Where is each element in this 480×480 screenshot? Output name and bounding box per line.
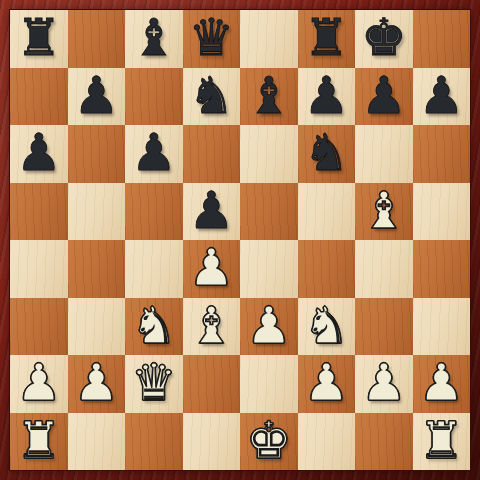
- square-f5[interactable]: [298, 183, 356, 241]
- piece-white-rook[interactable]: ♜: [16, 415, 62, 466]
- piece-white-pawn[interactable]: ♟: [361, 357, 407, 408]
- square-b4[interactable]: [68, 240, 126, 298]
- square-g5[interactable]: ♝: [355, 183, 413, 241]
- square-b8[interactable]: [68, 10, 126, 68]
- piece-black-pawn[interactable]: ♟: [418, 70, 464, 121]
- square-e6[interactable]: [240, 125, 298, 183]
- square-e1[interactable]: ♚: [240, 413, 298, 471]
- piece-white-pawn[interactable]: ♟: [73, 357, 119, 408]
- square-c6[interactable]: ♟: [125, 125, 183, 183]
- square-a5[interactable]: [10, 183, 68, 241]
- square-a8[interactable]: ♜: [10, 10, 68, 68]
- square-h5[interactable]: [413, 183, 471, 241]
- square-a6[interactable]: ♟: [10, 125, 68, 183]
- piece-black-knight[interactable]: ♞: [188, 70, 234, 121]
- square-g8[interactable]: ♚: [355, 10, 413, 68]
- square-d7[interactable]: ♞: [183, 68, 241, 126]
- piece-black-pawn[interactable]: ♟: [73, 70, 119, 121]
- square-b2[interactable]: ♟: [68, 355, 126, 413]
- square-d1[interactable]: [183, 413, 241, 471]
- square-e5[interactable]: [240, 183, 298, 241]
- square-d2[interactable]: [183, 355, 241, 413]
- square-d8[interactable]: ♛: [183, 10, 241, 68]
- square-h6[interactable]: [413, 125, 471, 183]
- piece-white-pawn[interactable]: ♟: [246, 300, 292, 351]
- piece-white-pawn[interactable]: ♟: [16, 357, 62, 408]
- piece-black-pawn[interactable]: ♟: [16, 127, 62, 178]
- square-d6[interactable]: [183, 125, 241, 183]
- square-a1[interactable]: ♜: [10, 413, 68, 471]
- square-f2[interactable]: ♟: [298, 355, 356, 413]
- piece-white-knight[interactable]: ♞: [131, 300, 177, 351]
- square-g7[interactable]: ♟: [355, 68, 413, 126]
- square-d4[interactable]: ♟: [183, 240, 241, 298]
- square-a3[interactable]: [10, 298, 68, 356]
- square-d3[interactable]: ♝: [183, 298, 241, 356]
- piece-white-rook[interactable]: ♜: [418, 415, 464, 466]
- square-f8[interactable]: ♜: [298, 10, 356, 68]
- square-g6[interactable]: [355, 125, 413, 183]
- square-h7[interactable]: ♟: [413, 68, 471, 126]
- square-f7[interactable]: ♟: [298, 68, 356, 126]
- square-e7[interactable]: ♝: [240, 68, 298, 126]
- square-c1[interactable]: [125, 413, 183, 471]
- square-h1[interactable]: ♜: [413, 413, 471, 471]
- square-c5[interactable]: [125, 183, 183, 241]
- square-g1[interactable]: [355, 413, 413, 471]
- piece-white-pawn[interactable]: ♟: [188, 242, 234, 293]
- square-a4[interactable]: [10, 240, 68, 298]
- square-b6[interactable]: [68, 125, 126, 183]
- piece-black-queen[interactable]: ♛: [188, 12, 234, 63]
- piece-black-king[interactable]: ♚: [361, 12, 407, 63]
- square-e8[interactable]: [240, 10, 298, 68]
- piece-white-pawn[interactable]: ♟: [418, 357, 464, 408]
- square-e2[interactable]: [240, 355, 298, 413]
- square-b5[interactable]: [68, 183, 126, 241]
- piece-black-rook[interactable]: ♜: [303, 12, 349, 63]
- square-h3[interactable]: [413, 298, 471, 356]
- piece-white-king[interactable]: ♚: [246, 415, 292, 466]
- piece-white-knight[interactable]: ♞: [303, 300, 349, 351]
- square-f1[interactable]: [298, 413, 356, 471]
- square-a7[interactable]: [10, 68, 68, 126]
- square-c4[interactable]: [125, 240, 183, 298]
- piece-black-pawn[interactable]: ♟: [131, 127, 177, 178]
- board-frame: ♜♝♛♜♚♟♞♝♟♟♟♟♟♞♟♝♟♞♝♟♞♟♟♛♟♟♟♜♚♜: [0, 0, 480, 480]
- square-h2[interactable]: ♟: [413, 355, 471, 413]
- piece-black-bishop[interactable]: ♝: [246, 70, 292, 121]
- square-b1[interactable]: [68, 413, 126, 471]
- square-a2[interactable]: ♟: [10, 355, 68, 413]
- square-g4[interactable]: [355, 240, 413, 298]
- board: ♜♝♛♜♚♟♞♝♟♟♟♟♟♞♟♝♟♞♝♟♞♟♟♛♟♟♟♜♚♜: [10, 10, 470, 470]
- piece-black-knight[interactable]: ♞: [303, 127, 349, 178]
- square-g3[interactable]: [355, 298, 413, 356]
- piece-black-rook[interactable]: ♜: [16, 12, 62, 63]
- piece-black-pawn[interactable]: ♟: [188, 185, 234, 236]
- square-c2[interactable]: ♛: [125, 355, 183, 413]
- piece-black-bishop[interactable]: ♝: [131, 12, 177, 63]
- square-h8[interactable]: [413, 10, 471, 68]
- square-f3[interactable]: ♞: [298, 298, 356, 356]
- piece-black-pawn[interactable]: ♟: [361, 70, 407, 121]
- square-f4[interactable]: [298, 240, 356, 298]
- square-c8[interactable]: ♝: [125, 10, 183, 68]
- square-b7[interactable]: ♟: [68, 68, 126, 126]
- square-f6[interactable]: ♞: [298, 125, 356, 183]
- piece-white-bishop[interactable]: ♝: [361, 185, 407, 236]
- square-h4[interactable]: [413, 240, 471, 298]
- square-e4[interactable]: [240, 240, 298, 298]
- square-g2[interactable]: ♟: [355, 355, 413, 413]
- square-c3[interactable]: ♞: [125, 298, 183, 356]
- piece-white-pawn[interactable]: ♟: [303, 357, 349, 408]
- square-b3[interactable]: [68, 298, 126, 356]
- square-d5[interactable]: ♟: [183, 183, 241, 241]
- square-c7[interactable]: [125, 68, 183, 126]
- square-e3[interactable]: ♟: [240, 298, 298, 356]
- piece-black-pawn[interactable]: ♟: [303, 70, 349, 121]
- piece-white-queen[interactable]: ♛: [131, 357, 177, 408]
- piece-white-bishop[interactable]: ♝: [188, 300, 234, 351]
